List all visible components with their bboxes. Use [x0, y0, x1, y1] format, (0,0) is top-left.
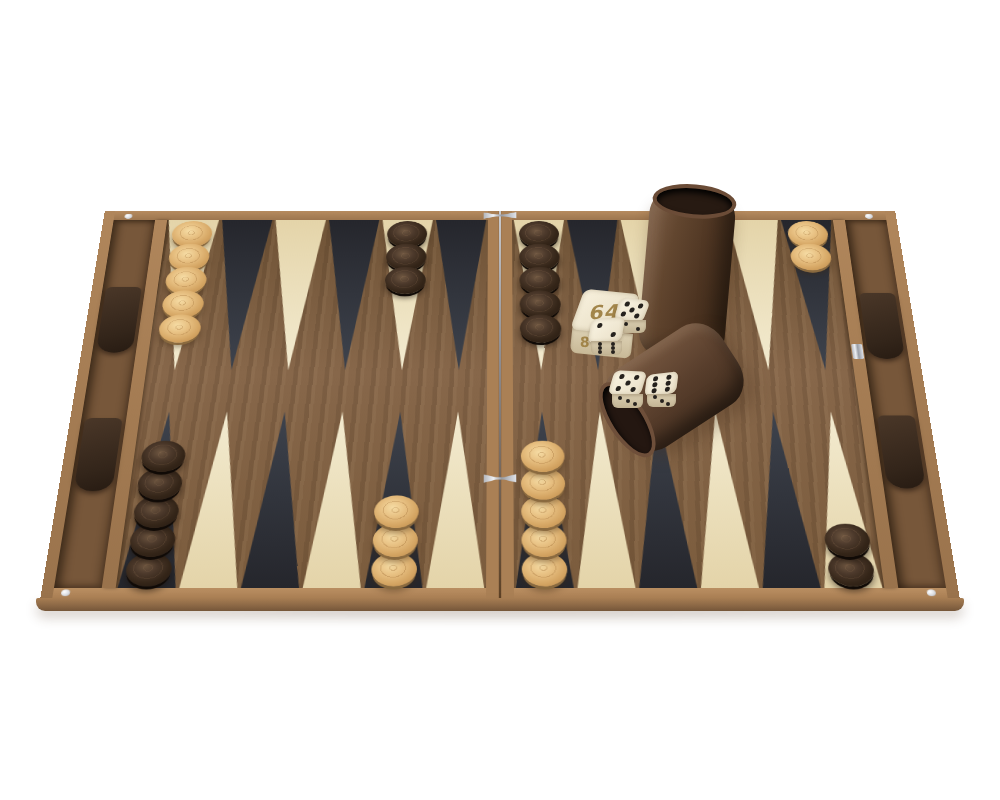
die-pip: [618, 374, 624, 379]
hinge-pin-seam: [499, 211, 501, 600]
corner-pin-icon-2: [865, 214, 874, 219]
die-pip: [634, 375, 640, 380]
die-pip: [633, 402, 637, 406]
backgammon-board: [40, 211, 960, 600]
die-pip: [626, 399, 630, 403]
die-pip: [633, 313, 640, 319]
die-top-face: [588, 317, 626, 343]
checker-white-point6-5[interactable]: [521, 441, 565, 472]
die-top-face: [644, 371, 678, 397]
die-pip: [624, 301, 631, 307]
die-pip: [660, 399, 664, 403]
latch-icon: [851, 344, 864, 359]
checker-white-point6-4[interactable]: [521, 468, 566, 500]
die-front-face: [647, 394, 676, 407]
die-pip: [611, 350, 615, 354]
dice-cup-opening: [651, 181, 738, 222]
checker-white-point6-3[interactable]: [521, 495, 566, 528]
checker-black-point19-5[interactable]: [520, 314, 562, 342]
die-pip: [638, 303, 645, 309]
case-front-edge: [36, 598, 964, 611]
die-pip: [652, 376, 658, 382]
die-pip: [597, 323, 603, 328]
die-front-right[interactable]: [646, 373, 677, 407]
die-pip: [615, 386, 621, 391]
die-top-face: [608, 370, 648, 396]
die-pip: [652, 382, 658, 388]
die-pip: [665, 386, 671, 392]
die-pip: [598, 350, 602, 354]
die-pip: [630, 387, 636, 392]
corner-pin-icon-4: [926, 589, 936, 596]
die-pip: [624, 380, 630, 385]
die-pip: [666, 402, 670, 406]
die-pip: [629, 307, 636, 313]
die-pip: [610, 332, 616, 337]
die-by-cube-left[interactable]: [590, 318, 623, 355]
die-front-left[interactable]: [611, 371, 644, 408]
product-photo-stage: 64 8: [0, 0, 1000, 800]
die-pip: [651, 388, 657, 394]
checker-white-point6-1[interactable]: [522, 553, 568, 587]
die-pip: [666, 380, 672, 386]
die-front-face: [612, 394, 643, 408]
checker-white-point6-2[interactable]: [521, 524, 567, 557]
die-pip: [666, 374, 672, 380]
die-front-face: [591, 341, 622, 355]
die-pip: [653, 395, 657, 399]
die-pip: [618, 396, 622, 400]
die-pip: [620, 311, 627, 317]
die-pip: [636, 327, 640, 331]
